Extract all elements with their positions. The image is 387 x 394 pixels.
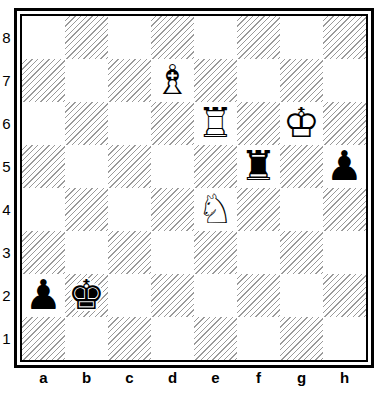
- black-pawn-h5: ♟: [326, 145, 363, 188]
- square-f5[interactable]: ♜: [237, 145, 280, 188]
- square-b3[interactable]: [65, 231, 108, 274]
- black-pawn-a2: ♟: [25, 274, 62, 317]
- square-h6[interactable]: [323, 102, 366, 145]
- file-label-c: c: [108, 369, 151, 386]
- file-labels: abcdefgh: [22, 369, 366, 386]
- square-a2[interactable]: ♟: [22, 274, 65, 317]
- square-f2[interactable]: [237, 274, 280, 317]
- square-h5[interactable]: ♟: [323, 145, 366, 188]
- square-c6[interactable]: [108, 102, 151, 145]
- file-label-h: h: [323, 369, 366, 386]
- board-frame: ♗♖♔♜♟♘♟♚: [14, 8, 374, 368]
- square-a7[interactable]: [22, 59, 65, 102]
- square-a4[interactable]: [22, 188, 65, 231]
- square-b5[interactable]: [65, 145, 108, 188]
- file-label-a: a: [22, 369, 65, 386]
- file-label-e: e: [194, 369, 237, 386]
- square-g6[interactable]: ♔: [280, 102, 323, 145]
- black-rook-f5: ♜: [240, 145, 277, 188]
- file-label-b: b: [65, 369, 108, 386]
- square-a6[interactable]: [22, 102, 65, 145]
- square-c3[interactable]: [108, 231, 151, 274]
- square-b4[interactable]: [65, 188, 108, 231]
- square-d5[interactable]: [151, 145, 194, 188]
- square-f3[interactable]: [237, 231, 280, 274]
- white-bishop-d7: ♗: [154, 59, 191, 102]
- square-h1[interactable]: [323, 317, 366, 360]
- square-e1[interactable]: [194, 317, 237, 360]
- chess-diagram: 87654321 ♗♖♔♜♟♘♟♚ abcdefgh: [0, 0, 387, 394]
- square-d3[interactable]: [151, 231, 194, 274]
- square-f6[interactable]: [237, 102, 280, 145]
- square-h3[interactable]: [323, 231, 366, 274]
- square-d1[interactable]: [151, 317, 194, 360]
- square-h2[interactable]: [323, 274, 366, 317]
- square-e5[interactable]: [194, 145, 237, 188]
- square-a1[interactable]: [22, 317, 65, 360]
- file-label-d: d: [151, 369, 194, 386]
- square-g5[interactable]: [280, 145, 323, 188]
- square-g8[interactable]: [280, 16, 323, 59]
- white-rook-e6: ♖: [197, 102, 234, 145]
- square-e2[interactable]: [194, 274, 237, 317]
- square-b8[interactable]: [65, 16, 108, 59]
- square-d4[interactable]: [151, 188, 194, 231]
- square-h4[interactable]: [323, 188, 366, 231]
- rank-labels: 87654321: [0, 16, 13, 360]
- square-g4[interactable]: [280, 188, 323, 231]
- square-h8[interactable]: [323, 16, 366, 59]
- square-g3[interactable]: [280, 231, 323, 274]
- rank-label-1: 1: [0, 317, 13, 360]
- square-f1[interactable]: [237, 317, 280, 360]
- square-h7[interactable]: [323, 59, 366, 102]
- square-d6[interactable]: [151, 102, 194, 145]
- square-a3[interactable]: [22, 231, 65, 274]
- square-c8[interactable]: [108, 16, 151, 59]
- square-f8[interactable]: [237, 16, 280, 59]
- black-king-b2: ♚: [68, 274, 105, 317]
- square-d7[interactable]: ♗: [151, 59, 194, 102]
- square-g7[interactable]: [280, 59, 323, 102]
- square-f4[interactable]: [237, 188, 280, 231]
- square-e4[interactable]: ♘: [194, 188, 237, 231]
- square-b6[interactable]: [65, 102, 108, 145]
- square-d8[interactable]: [151, 16, 194, 59]
- square-b2[interactable]: ♚: [65, 274, 108, 317]
- file-label-g: g: [280, 369, 323, 386]
- square-a8[interactable]: [22, 16, 65, 59]
- square-c1[interactable]: [108, 317, 151, 360]
- chess-board: ♗♖♔♜♟♘♟♚: [22, 16, 366, 360]
- square-b7[interactable]: [65, 59, 108, 102]
- rank-label-2: 2: [0, 274, 13, 317]
- square-b1[interactable]: [65, 317, 108, 360]
- square-e7[interactable]: [194, 59, 237, 102]
- white-knight-e4: ♘: [197, 188, 234, 231]
- file-label-f: f: [237, 369, 280, 386]
- square-d2[interactable]: [151, 274, 194, 317]
- square-g2[interactable]: [280, 274, 323, 317]
- square-f7[interactable]: [237, 59, 280, 102]
- square-c5[interactable]: [108, 145, 151, 188]
- square-c2[interactable]: [108, 274, 151, 317]
- square-c4[interactable]: [108, 188, 151, 231]
- rank-label-6: 6: [0, 102, 13, 145]
- rank-label-8: 8: [0, 16, 13, 59]
- rank-label-3: 3: [0, 231, 13, 274]
- square-e8[interactable]: [194, 16, 237, 59]
- rank-label-5: 5: [0, 145, 13, 188]
- square-g1[interactable]: [280, 317, 323, 360]
- rank-label-7: 7: [0, 59, 13, 102]
- white-king-g6: ♔: [283, 102, 320, 145]
- square-e6[interactable]: ♖: [194, 102, 237, 145]
- board-inner-frame: ♗♖♔♜♟♘♟♚: [20, 14, 368, 362]
- square-a5[interactable]: [22, 145, 65, 188]
- square-c7[interactable]: [108, 59, 151, 102]
- rank-label-4: 4: [0, 188, 13, 231]
- square-e3[interactable]: [194, 231, 237, 274]
